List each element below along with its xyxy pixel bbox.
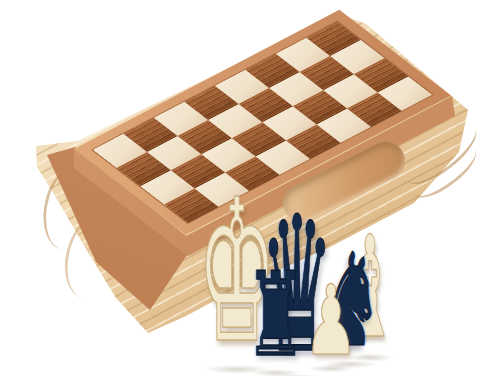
product-photo: ♚♛♜♟♞♝ [0,0,500,376]
chess-case [0,0,500,376]
